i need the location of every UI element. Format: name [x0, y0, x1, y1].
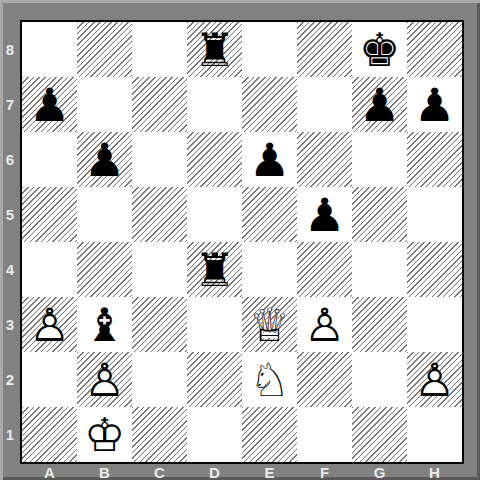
- square-d3[interactable]: [187, 297, 242, 352]
- piece-black-rook[interactable]: ♜: [187, 242, 242, 297]
- rank-labels: 87654321: [0, 22, 20, 462]
- square-g4[interactable]: [352, 242, 407, 297]
- square-a7[interactable]: ♟: [22, 77, 77, 132]
- square-d4[interactable]: ♜: [187, 242, 242, 297]
- square-a4[interactable]: [22, 242, 77, 297]
- square-c2[interactable]: [132, 352, 187, 407]
- square-e2[interactable]: ♞♘: [242, 352, 297, 407]
- piece-black-pawn[interactable]: ♟: [297, 187, 352, 242]
- square-h3[interactable]: [407, 297, 462, 352]
- piece-white-king[interactable]: ♚♔: [77, 407, 132, 462]
- square-d7[interactable]: [187, 77, 242, 132]
- square-c7[interactable]: [132, 77, 187, 132]
- piece-black-pawn[interactable]: ♟: [242, 132, 297, 187]
- piece-black-king[interactable]: ♚: [352, 22, 407, 77]
- square-b4[interactable]: [77, 242, 132, 297]
- square-d6[interactable]: [187, 132, 242, 187]
- file-label-b: B: [77, 464, 132, 480]
- square-b8[interactable]: [77, 22, 132, 77]
- square-g8[interactable]: ♚: [352, 22, 407, 77]
- square-a5[interactable]: [22, 187, 77, 242]
- board-grid: ♜♚♟♟♟♟♟♟♜♟♙♝♛♕♟♙♟♙♞♘♟♙♚♔: [22, 22, 462, 462]
- rank-label-4: 4: [0, 242, 20, 297]
- piece-outline-layer: ♙: [297, 297, 352, 352]
- piece-solid-layer: ♜: [187, 242, 242, 297]
- square-g5[interactable]: [352, 187, 407, 242]
- square-a8[interactable]: [22, 22, 77, 77]
- chess-board: ♜♚♟♟♟♟♟♟♜♟♙♝♛♕♟♙♟♙♞♘♟♙♚♔: [20, 20, 464, 464]
- square-e8[interactable]: [242, 22, 297, 77]
- piece-solid-layer: ♟: [352, 77, 407, 132]
- rank-label-7: 7: [0, 77, 20, 132]
- square-d8[interactable]: ♜: [187, 22, 242, 77]
- square-b7[interactable]: [77, 77, 132, 132]
- square-d5[interactable]: [187, 187, 242, 242]
- piece-outline-layer: ♔: [77, 407, 132, 462]
- piece-black-pawn[interactable]: ♟: [407, 77, 462, 132]
- square-a2[interactable]: [22, 352, 77, 407]
- file-label-e: E: [242, 464, 297, 480]
- rank-label-6: 6: [0, 132, 20, 187]
- square-b6[interactable]: ♟: [77, 132, 132, 187]
- piece-white-pawn[interactable]: ♟♙: [22, 297, 77, 352]
- rank-label-3: 3: [0, 297, 20, 352]
- square-a6[interactable]: [22, 132, 77, 187]
- piece-black-pawn[interactable]: ♟: [77, 132, 132, 187]
- square-b1[interactable]: ♚♔: [77, 407, 132, 462]
- piece-white-pawn[interactable]: ♟♙: [407, 352, 462, 407]
- piece-outline-layer: ♙: [77, 352, 132, 407]
- piece-solid-layer: ♟: [22, 77, 77, 132]
- square-g2[interactable]: [352, 352, 407, 407]
- square-g3[interactable]: [352, 297, 407, 352]
- square-d2[interactable]: [187, 352, 242, 407]
- file-labels: ABCDEFGH: [22, 464, 462, 480]
- file-label-f: F: [297, 464, 352, 480]
- piece-white-pawn[interactable]: ♟♙: [297, 297, 352, 352]
- square-b5[interactable]: [77, 187, 132, 242]
- piece-solid-layer: ♟: [77, 132, 132, 187]
- square-f5[interactable]: ♟: [297, 187, 352, 242]
- piece-black-pawn[interactable]: ♟: [22, 77, 77, 132]
- square-f4[interactable]: [297, 242, 352, 297]
- square-h1[interactable]: [407, 407, 462, 462]
- file-label-h: H: [407, 464, 462, 480]
- square-b3[interactable]: ♝: [77, 297, 132, 352]
- piece-white-pawn[interactable]: ♟♙: [77, 352, 132, 407]
- piece-solid-layer: ♝: [77, 297, 132, 352]
- square-d1[interactable]: [187, 407, 242, 462]
- piece-outline-layer: ♕: [242, 297, 297, 352]
- square-f7[interactable]: [297, 77, 352, 132]
- square-h6[interactable]: [407, 132, 462, 187]
- board-frame: 87654321 ABCDEFGH ♜♚♟♟♟♟♟♟♜♟♙♝♛♕♟♙♟♙♞♘♟♙…: [0, 0, 480, 480]
- square-h5[interactable]: [407, 187, 462, 242]
- file-label-a: A: [22, 464, 77, 480]
- square-g6[interactable]: [352, 132, 407, 187]
- piece-outline-layer: ♙: [407, 352, 462, 407]
- piece-outline-layer: ♙: [22, 297, 77, 352]
- square-c1[interactable]: [132, 407, 187, 462]
- piece-black-pawn[interactable]: ♟: [352, 77, 407, 132]
- square-e7[interactable]: [242, 77, 297, 132]
- square-h2[interactable]: ♟♙: [407, 352, 462, 407]
- piece-solid-layer: ♟: [407, 77, 462, 132]
- piece-solid-layer: ♚: [352, 22, 407, 77]
- square-c6[interactable]: [132, 132, 187, 187]
- square-a3[interactable]: ♟♙: [22, 297, 77, 352]
- piece-solid-layer: ♟: [242, 132, 297, 187]
- square-e1[interactable]: [242, 407, 297, 462]
- square-c4[interactable]: [132, 242, 187, 297]
- rank-label-8: 8: [0, 22, 20, 77]
- square-h7[interactable]: ♟: [407, 77, 462, 132]
- square-e6[interactable]: ♟: [242, 132, 297, 187]
- square-f6[interactable]: [297, 132, 352, 187]
- square-b2[interactable]: ♟♙: [77, 352, 132, 407]
- piece-white-knight[interactable]: ♞♘: [242, 352, 297, 407]
- square-f8[interactable]: [297, 22, 352, 77]
- file-label-d: D: [187, 464, 242, 480]
- square-c3[interactable]: [132, 297, 187, 352]
- square-f2[interactable]: [297, 352, 352, 407]
- square-g7[interactable]: ♟: [352, 77, 407, 132]
- square-f1[interactable]: [297, 407, 352, 462]
- square-h4[interactable]: [407, 242, 462, 297]
- square-g1[interactable]: [352, 407, 407, 462]
- square-c8[interactable]: [132, 22, 187, 77]
- piece-outline-layer: ♘: [242, 352, 297, 407]
- piece-white-queen[interactable]: ♛♕: [242, 297, 297, 352]
- file-label-g: G: [352, 464, 407, 480]
- square-h8[interactable]: [407, 22, 462, 77]
- square-e5[interactable]: [242, 187, 297, 242]
- piece-black-rook[interactable]: ♜: [187, 22, 242, 77]
- file-label-c: C: [132, 464, 187, 480]
- rank-label-1: 1: [0, 407, 20, 462]
- piece-black-bishop[interactable]: ♝: [77, 297, 132, 352]
- square-a1[interactable]: [22, 407, 77, 462]
- piece-solid-layer: ♜: [187, 22, 242, 77]
- rank-label-5: 5: [0, 187, 20, 242]
- rank-label-2: 2: [0, 352, 20, 407]
- square-e4[interactable]: [242, 242, 297, 297]
- square-f3[interactable]: ♟♙: [297, 297, 352, 352]
- piece-solid-layer: ♟: [297, 187, 352, 242]
- square-c5[interactable]: [132, 187, 187, 242]
- square-e3[interactable]: ♛♕: [242, 297, 297, 352]
